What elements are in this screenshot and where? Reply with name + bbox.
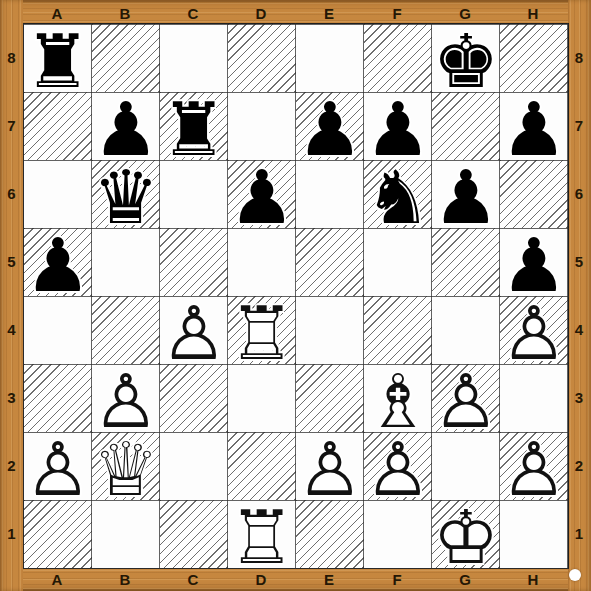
square-e2[interactable]: ♟♙ xyxy=(296,432,364,500)
piece-black-rook[interactable]: ♜♜ xyxy=(24,24,92,92)
square-e3[interactable] xyxy=(296,364,364,432)
square-f2[interactable]: ♟♙ xyxy=(364,432,432,500)
white-pawn-icon: ♙ xyxy=(160,299,228,367)
black-rook-icon: ♜ xyxy=(160,95,228,163)
white-rook-icon: ♖ xyxy=(228,503,296,571)
square-b6[interactable]: ♛♛ xyxy=(92,160,160,228)
square-f5[interactable] xyxy=(364,228,432,296)
square-d6[interactable]: ♟♟ xyxy=(228,160,296,228)
square-c6[interactable] xyxy=(160,160,228,228)
square-f1[interactable] xyxy=(364,500,432,568)
piece-black-pawn[interactable]: ♟♟ xyxy=(364,92,432,160)
square-a6[interactable] xyxy=(24,160,92,228)
square-g8[interactable]: ♚♚ xyxy=(432,24,500,92)
file-label-e: E xyxy=(295,0,363,23)
square-b8[interactable] xyxy=(92,24,160,92)
file-label-c: C xyxy=(159,567,227,591)
piece-black-queen[interactable]: ♛♛ xyxy=(92,160,160,228)
white-to-move-indicator xyxy=(569,569,581,581)
square-h2[interactable]: ♟♙ xyxy=(500,432,568,500)
file-label-h: H xyxy=(499,567,567,591)
square-g3[interactable]: ♟♙ xyxy=(432,364,500,432)
piece-white-pawn[interactable]: ♟♙ xyxy=(432,364,500,432)
white-pawn-icon: ♙ xyxy=(432,367,500,435)
square-h7[interactable]: ♟♟ xyxy=(500,92,568,160)
white-bishop-icon: ♗ xyxy=(364,367,432,435)
file-label-b: B xyxy=(91,0,159,23)
square-e6[interactable] xyxy=(296,160,364,228)
piece-white-pawn[interactable]: ♟♙ xyxy=(500,296,568,364)
file-label-b: B xyxy=(91,567,159,591)
square-a2[interactable]: ♟♙ xyxy=(24,432,92,500)
piece-black-knight[interactable]: ♞♞ xyxy=(364,160,432,228)
white-rook-icon: ♖ xyxy=(228,299,296,367)
piece-black-pawn[interactable]: ♟♟ xyxy=(228,160,296,228)
square-b4[interactable] xyxy=(92,296,160,364)
piece-black-pawn[interactable]: ♟♟ xyxy=(296,92,364,160)
piece-white-king[interactable]: ♚♔ xyxy=(432,500,500,568)
square-h8[interactable] xyxy=(500,24,568,92)
black-queen-icon: ♛ xyxy=(92,163,160,231)
piece-white-rook[interactable]: ♜♖ xyxy=(228,500,296,568)
piece-black-pawn[interactable]: ♟♟ xyxy=(500,92,568,160)
piece-white-queen[interactable]: ♛♕ xyxy=(92,432,160,500)
square-d1[interactable]: ♜♖ xyxy=(228,500,296,568)
black-pawn-icon: ♟ xyxy=(432,163,500,231)
square-g7[interactable] xyxy=(432,92,500,160)
square-a4[interactable] xyxy=(24,296,92,364)
black-pawn-icon: ♟ xyxy=(92,95,160,163)
square-c1[interactable] xyxy=(160,500,228,568)
white-pawn-icon: ♙ xyxy=(500,435,568,503)
piece-white-pawn[interactable]: ♟♙ xyxy=(500,432,568,500)
black-pawn-icon: ♟ xyxy=(296,95,364,163)
frame-left xyxy=(0,0,23,591)
square-d2[interactable] xyxy=(228,432,296,500)
piece-black-pawn[interactable]: ♟♟ xyxy=(24,228,92,296)
square-h1[interactable] xyxy=(500,500,568,568)
square-b3[interactable]: ♟♙ xyxy=(92,364,160,432)
piece-white-rook[interactable]: ♜♖ xyxy=(228,296,296,364)
white-king-icon: ♔ xyxy=(432,503,500,571)
white-pawn-icon: ♙ xyxy=(364,435,432,503)
file-label-d: D xyxy=(227,0,295,23)
square-a3[interactable] xyxy=(24,364,92,432)
square-a5[interactable]: ♟♟ xyxy=(24,228,92,296)
square-g6[interactable]: ♟♟ xyxy=(432,160,500,228)
black-rook-icon: ♜ xyxy=(24,27,92,95)
piece-white-pawn[interactable]: ♟♙ xyxy=(160,296,228,364)
black-pawn-icon: ♟ xyxy=(364,95,432,163)
black-pawn-icon: ♟ xyxy=(228,163,296,231)
piece-black-pawn[interactable]: ♟♟ xyxy=(92,92,160,160)
square-h3[interactable] xyxy=(500,364,568,432)
piece-black-pawn[interactable]: ♟♟ xyxy=(500,228,568,296)
file-label-f: F xyxy=(363,567,431,591)
square-g5[interactable] xyxy=(432,228,500,296)
piece-white-pawn[interactable]: ♟♙ xyxy=(92,364,160,432)
square-b7[interactable]: ♟♟ xyxy=(92,92,160,160)
square-d4[interactable]: ♜♖ xyxy=(228,296,296,364)
black-pawn-icon: ♟ xyxy=(500,231,568,299)
white-pawn-icon: ♙ xyxy=(296,435,364,503)
square-f8[interactable] xyxy=(364,24,432,92)
file-label-a: A xyxy=(23,567,91,591)
square-c5[interactable] xyxy=(160,228,228,296)
square-e4[interactable] xyxy=(296,296,364,364)
square-b2[interactable]: ♛♕ xyxy=(92,432,160,500)
piece-white-pawn[interactable]: ♟♙ xyxy=(296,432,364,500)
square-a7[interactable] xyxy=(24,92,92,160)
square-d5[interactable] xyxy=(228,228,296,296)
square-e1[interactable] xyxy=(296,500,364,568)
square-b1[interactable] xyxy=(92,500,160,568)
square-c2[interactable] xyxy=(160,432,228,500)
frame-right xyxy=(568,0,591,591)
black-king-icon: ♚ xyxy=(432,27,500,95)
square-h6[interactable] xyxy=(500,160,568,228)
square-g2[interactable] xyxy=(432,432,500,500)
square-f4[interactable] xyxy=(364,296,432,364)
piece-white-pawn[interactable]: ♟♙ xyxy=(24,432,92,500)
square-c4[interactable]: ♟♙ xyxy=(160,296,228,364)
file-label-e: E xyxy=(295,567,363,591)
square-a1[interactable] xyxy=(24,500,92,568)
square-d8[interactable] xyxy=(228,24,296,92)
square-f6[interactable]: ♞♞ xyxy=(364,160,432,228)
piece-white-pawn[interactable]: ♟♙ xyxy=(364,432,432,500)
square-a8[interactable]: ♜♜ xyxy=(24,24,92,92)
file-label-h: H xyxy=(499,0,567,23)
file-label-f: F xyxy=(363,0,431,23)
square-e7[interactable]: ♟♟ xyxy=(296,92,364,160)
white-queen-icon: ♕ xyxy=(92,435,160,503)
file-label-c: C xyxy=(159,0,227,23)
white-pawn-icon: ♙ xyxy=(24,435,92,503)
piece-black-king[interactable]: ♚♚ xyxy=(432,24,500,92)
square-d7[interactable] xyxy=(228,92,296,160)
square-e8[interactable] xyxy=(296,24,364,92)
white-pawn-icon: ♙ xyxy=(92,367,160,435)
square-c8[interactable] xyxy=(160,24,228,92)
square-c7[interactable]: ♜♜ xyxy=(160,92,228,160)
piece-black-rook[interactable]: ♜♜ xyxy=(160,92,228,160)
square-d3[interactable] xyxy=(228,364,296,432)
square-g4[interactable] xyxy=(432,296,500,364)
square-c3[interactable] xyxy=(160,364,228,432)
black-knight-icon: ♞ xyxy=(364,163,432,231)
square-f7[interactable]: ♟♟ xyxy=(364,92,432,160)
piece-white-bishop[interactable]: ♝♗ xyxy=(364,364,432,432)
square-f3[interactable]: ♝♗ xyxy=(364,364,432,432)
square-h4[interactable]: ♟♙ xyxy=(500,296,568,364)
chess-board: ♜♜♚♚♟♟♜♜♟♟♟♟♟♟♛♛♟♟♞♞♟♟♟♟♟♟♟♙♜♖♟♙♟♙♝♗♟♙♟♙… xyxy=(23,23,569,569)
square-h5[interactable]: ♟♟ xyxy=(500,228,568,296)
black-pawn-icon: ♟ xyxy=(500,95,568,163)
square-b5[interactable] xyxy=(92,228,160,296)
black-pawn-icon: ♟ xyxy=(24,231,92,299)
square-g1[interactable]: ♚♔ xyxy=(432,500,500,568)
chess-diagram: ABCDEFGH ABCDEFGH 87654321 87654321 ♜♜♚♚… xyxy=(0,0,591,591)
square-e5[interactable] xyxy=(296,228,364,296)
piece-black-pawn[interactable]: ♟♟ xyxy=(432,160,500,228)
white-pawn-icon: ♙ xyxy=(500,299,568,367)
